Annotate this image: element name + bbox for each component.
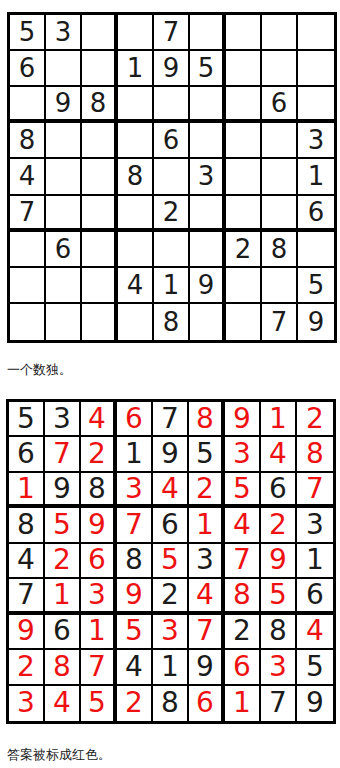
cell-r1c4: 6 xyxy=(117,402,153,437)
cell-r4c4: 7 xyxy=(117,508,153,543)
cell-r9c9: 9 xyxy=(297,686,333,721)
cell-r1c8 xyxy=(262,15,298,51)
cell-r2c9 xyxy=(298,51,334,87)
cell-r8c5: 1 xyxy=(154,268,190,304)
cell-r5c7 xyxy=(226,159,262,195)
cell-r3c2: 9 xyxy=(46,87,82,123)
cell-r7c1: 9 xyxy=(9,615,45,650)
cell-r5c5 xyxy=(154,159,190,195)
cell-r5c4: 8 xyxy=(117,544,153,579)
cell-r3c6 xyxy=(190,87,226,123)
cell-r2c5: 9 xyxy=(153,437,189,472)
cell-r5c1: 4 xyxy=(10,159,46,195)
cell-r5c5: 5 xyxy=(153,544,189,579)
cell-r9c5: 8 xyxy=(154,304,190,340)
cell-r2c9: 8 xyxy=(297,437,333,472)
cell-r5c3 xyxy=(82,159,118,195)
cell-r5c2: 2 xyxy=(45,544,81,579)
cell-r7c5 xyxy=(154,232,190,268)
cell-r2c2 xyxy=(46,51,82,87)
cell-r4c5: 6 xyxy=(154,123,190,159)
cell-r2c6: 5 xyxy=(190,51,226,87)
cell-r2c1: 6 xyxy=(9,437,45,472)
cell-r8c8: 3 xyxy=(261,650,297,685)
cell-r7c3 xyxy=(82,232,118,268)
cell-r2c8 xyxy=(262,51,298,87)
cell-r5c6: 3 xyxy=(190,159,226,195)
cell-r7c5: 3 xyxy=(153,615,189,650)
cell-r4c2 xyxy=(46,123,82,159)
cell-r3c1 xyxy=(10,87,46,123)
cell-r8c9: 5 xyxy=(298,268,334,304)
cell-r1c9: 2 xyxy=(297,402,333,437)
cell-r2c4: 1 xyxy=(117,437,153,472)
cell-r9c8: 7 xyxy=(261,686,297,721)
cell-r5c3: 6 xyxy=(81,544,117,579)
cell-r4c6 xyxy=(190,123,226,159)
cell-r4c2: 5 xyxy=(45,508,81,543)
cell-r9c2 xyxy=(46,304,82,340)
cell-r6c9: 6 xyxy=(298,196,334,232)
cell-r1c3 xyxy=(82,15,118,51)
cell-r9c1 xyxy=(10,304,46,340)
cell-r8c8 xyxy=(262,268,298,304)
puzzle-caption: 一个数独。 xyxy=(7,361,72,379)
cell-r6c8 xyxy=(262,196,298,232)
cell-r5c1: 4 xyxy=(9,544,45,579)
cell-r1c6 xyxy=(190,15,226,51)
cell-r7c7: 2 xyxy=(225,615,261,650)
cell-r3c3: 8 xyxy=(81,473,117,508)
cell-r9c3 xyxy=(82,304,118,340)
cell-r4c3 xyxy=(82,123,118,159)
cell-r9c6 xyxy=(190,304,226,340)
cell-r7c4: 5 xyxy=(117,615,153,650)
cell-r6c4 xyxy=(118,196,154,232)
cell-r9c7 xyxy=(226,304,262,340)
cell-r6c2 xyxy=(46,196,82,232)
cell-r9c9: 9 xyxy=(298,304,334,340)
cell-r6c7 xyxy=(226,196,262,232)
cell-r6c7: 8 xyxy=(225,579,261,614)
cell-r4c9: 3 xyxy=(298,123,334,159)
cell-r3c5: 4 xyxy=(153,473,189,508)
cell-r2c7 xyxy=(226,51,262,87)
cell-r7c3: 1 xyxy=(81,615,117,650)
cell-r1c1: 5 xyxy=(9,402,45,437)
cell-r2c6: 5 xyxy=(189,437,225,472)
cell-r2c1: 6 xyxy=(10,51,46,87)
cell-r5c7: 7 xyxy=(225,544,261,579)
cell-r3c7: 5 xyxy=(225,473,261,508)
cell-r1c1: 5 xyxy=(10,15,46,51)
cell-r3c2: 9 xyxy=(45,473,81,508)
cell-r7c8: 8 xyxy=(261,615,297,650)
cell-r7c2: 6 xyxy=(46,232,82,268)
cell-r1c9 xyxy=(298,15,334,51)
cell-r8c6: 9 xyxy=(189,650,225,685)
cell-r4c9: 3 xyxy=(297,508,333,543)
cell-r6c1: 7 xyxy=(9,579,45,614)
cell-r6c3 xyxy=(82,196,118,232)
cell-r7c9 xyxy=(298,232,334,268)
cell-r6c3: 3 xyxy=(81,579,117,614)
cell-r1c3: 4 xyxy=(81,402,117,437)
cell-r7c7: 2 xyxy=(226,232,262,268)
cell-r6c5: 2 xyxy=(154,196,190,232)
cell-r7c2: 6 xyxy=(45,615,81,650)
cell-r2c4: 1 xyxy=(118,51,154,87)
page: 537619598686348317266284195879 一个数独。 534… xyxy=(0,0,340,768)
cell-r8c2 xyxy=(46,268,82,304)
cell-r9c4: 2 xyxy=(117,686,153,721)
cell-r2c3 xyxy=(82,51,118,87)
cell-r4c8: 2 xyxy=(261,508,297,543)
cell-r7c6 xyxy=(190,232,226,268)
cell-r6c6 xyxy=(190,196,226,232)
cell-r6c6: 4 xyxy=(189,579,225,614)
cell-r4c7 xyxy=(226,123,262,159)
cell-r3c9 xyxy=(298,87,334,123)
cell-r7c1 xyxy=(10,232,46,268)
cell-r8c7 xyxy=(226,268,262,304)
cell-r6c4: 9 xyxy=(117,579,153,614)
cell-r4c1: 8 xyxy=(9,508,45,543)
cell-r2c3: 2 xyxy=(81,437,117,472)
cell-r8c1: 2 xyxy=(9,650,45,685)
cell-r7c6: 7 xyxy=(189,615,225,650)
cell-r9c3: 5 xyxy=(81,686,117,721)
cell-r3c4 xyxy=(118,87,154,123)
cell-r1c7 xyxy=(226,15,262,51)
cell-r6c1: 7 xyxy=(10,196,46,232)
cell-r9c5: 8 xyxy=(153,686,189,721)
cell-r8c5: 1 xyxy=(153,650,189,685)
cell-r4c1: 8 xyxy=(10,123,46,159)
cell-r1c5: 7 xyxy=(154,15,190,51)
cell-r8c3: 7 xyxy=(81,650,117,685)
cell-r6c9: 6 xyxy=(297,579,333,614)
cell-r4c5: 6 xyxy=(153,508,189,543)
cell-r4c4 xyxy=(118,123,154,159)
cell-r6c8: 5 xyxy=(261,579,297,614)
cell-r9c7: 1 xyxy=(225,686,261,721)
cell-r2c7: 3 xyxy=(225,437,261,472)
cell-r3c9: 7 xyxy=(297,473,333,508)
cell-r1c5: 7 xyxy=(153,402,189,437)
cell-r8c7: 6 xyxy=(225,650,261,685)
cell-r5c8 xyxy=(262,159,298,195)
cell-r5c6: 3 xyxy=(189,544,225,579)
cell-r9c1: 3 xyxy=(9,686,45,721)
cell-r1c7: 9 xyxy=(225,402,261,437)
cell-r5c2 xyxy=(46,159,82,195)
cell-r8c4: 4 xyxy=(118,268,154,304)
cell-r7c4 xyxy=(118,232,154,268)
cell-r3c8: 6 xyxy=(261,473,297,508)
cell-r1c2: 3 xyxy=(45,402,81,437)
cell-r9c2: 4 xyxy=(45,686,81,721)
cell-r4c3: 9 xyxy=(81,508,117,543)
cell-r5c8: 9 xyxy=(261,544,297,579)
cell-r2c8: 4 xyxy=(261,437,297,472)
cell-r3c1: 1 xyxy=(9,473,45,508)
cell-r5c9: 1 xyxy=(298,159,334,195)
cell-r5c4: 8 xyxy=(118,159,154,195)
cell-r6c5: 2 xyxy=(153,579,189,614)
cell-r1c6: 8 xyxy=(189,402,225,437)
cell-r4c6: 1 xyxy=(189,508,225,543)
cell-r9c4 xyxy=(118,304,154,340)
cell-r1c4 xyxy=(118,15,154,51)
cell-r3c3: 8 xyxy=(82,87,118,123)
cell-r3c5 xyxy=(154,87,190,123)
cell-r4c8 xyxy=(262,123,298,159)
puzzle-grid: 537619598686348317266284195879 xyxy=(7,12,337,343)
cell-r5c9: 1 xyxy=(297,544,333,579)
cell-r9c6: 6 xyxy=(189,686,225,721)
cell-r3c8: 6 xyxy=(262,87,298,123)
cell-r4c7: 4 xyxy=(225,508,261,543)
cell-r7c8: 8 xyxy=(262,232,298,268)
cell-r8c6: 9 xyxy=(190,268,226,304)
cell-r1c2: 3 xyxy=(46,15,82,51)
cell-r3c4: 3 xyxy=(117,473,153,508)
cell-r1c8: 1 xyxy=(261,402,297,437)
cell-r8c2: 8 xyxy=(45,650,81,685)
solution-grid: 5346789126721953481983425678597614234268… xyxy=(6,399,336,724)
cell-r2c5: 9 xyxy=(154,51,190,87)
cell-r7c9: 4 xyxy=(297,615,333,650)
cell-r9c8: 7 xyxy=(262,304,298,340)
solution-caption: 答案被标成红色。 xyxy=(7,746,111,764)
cell-r8c4: 4 xyxy=(117,650,153,685)
cell-r6c2: 1 xyxy=(45,579,81,614)
cell-r8c3 xyxy=(82,268,118,304)
cell-r3c6: 2 xyxy=(189,473,225,508)
cell-r8c1 xyxy=(10,268,46,304)
cell-r2c2: 7 xyxy=(45,437,81,472)
cell-r3c7 xyxy=(226,87,262,123)
cell-r8c9: 5 xyxy=(297,650,333,685)
